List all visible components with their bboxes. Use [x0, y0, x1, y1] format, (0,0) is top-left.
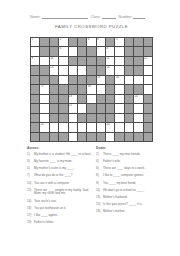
blocked-cell: [144, 133, 153, 142]
blocked-cell: [59, 95, 68, 104]
clue-number: 21: [69, 104, 72, 107]
grid-cell[interactable]: [69, 123, 78, 132]
grid-cell[interactable]: 23: [106, 123, 115, 132]
blocked-cell: [31, 66, 40, 75]
blocked-cell: [144, 47, 153, 56]
blocked-cell: [40, 133, 49, 142]
blocked-cell: [144, 123, 153, 132]
clue-item: 8)I like to ____ computer games.: [96, 174, 157, 178]
clue-item-number: 3): [27, 160, 34, 164]
blocked-cell: [50, 104, 59, 113]
blocked-cell: [134, 57, 143, 66]
grid-cell[interactable]: 1: [31, 38, 40, 47]
blocked-cell: [78, 38, 87, 47]
blocked-cell: [40, 47, 49, 56]
blocked-cell: [144, 38, 153, 47]
blocked-cell: [134, 47, 143, 56]
blocked-cell: [144, 95, 153, 104]
clue-item: 18)Mother's mother.: [96, 210, 157, 214]
grid-cell[interactable]: [97, 85, 106, 94]
blocked-cell: [40, 38, 49, 47]
clue-item-number: 12): [27, 189, 34, 197]
grid-cell[interactable]: [69, 47, 78, 56]
clue-number: 14: [107, 66, 110, 69]
grid-cell[interactable]: [144, 76, 153, 85]
blocked-cell: [87, 66, 96, 75]
grid-cell[interactable]: [134, 76, 143, 85]
grid-cell[interactable]: 21: [69, 104, 78, 113]
clue-number: 1: [32, 38, 33, 41]
across-clues-column: Across: 1)My brother is a student. He __…: [27, 146, 94, 228]
blocked-cell: [106, 95, 115, 104]
blocked-cell: [31, 114, 40, 123]
class-label: Class:: [91, 15, 101, 19]
clue-item-number: 11): [96, 189, 103, 193]
blocked-cell: [78, 57, 87, 66]
grid-cell[interactable]: [144, 66, 153, 75]
blocked-cell: [78, 76, 87, 85]
clue-item-text: There are ____ days in a week.: [103, 167, 157, 171]
blocked-cell: [115, 133, 124, 142]
clue-number: 17: [41, 85, 44, 88]
crossword-grid: 1234567891011121314151617181920212223: [30, 37, 153, 142]
clue-item-text: My brother is a student. He ____ to scho…: [34, 153, 94, 157]
clue-item-number: 19): [27, 221, 34, 225]
blocked-cell: [87, 47, 96, 56]
clue-number: 11: [107, 57, 110, 60]
blocked-cell: [50, 85, 59, 94]
worksheet-page: Name: Class: Number: FAMILY CROSSWORD PU…: [0, 0, 180, 256]
blocked-cell: [106, 104, 115, 113]
clue-item-number: 8): [96, 174, 103, 178]
blocked-cell: [31, 133, 40, 142]
grid-cell[interactable]: 7: [97, 47, 106, 56]
clue-item-text: I like to ____ computer games.: [103, 174, 157, 178]
blocked-cell: [134, 66, 143, 75]
blocked-cell: [78, 114, 87, 123]
clue-item-text: There are ____ people in my family: Dad,…: [34, 189, 94, 197]
blocked-cell: [134, 85, 143, 94]
grid-cell[interactable]: 6: [59, 47, 68, 56]
grid-cell[interactable]: [78, 66, 87, 75]
clue-number: 6: [60, 47, 61, 50]
grid-cell[interactable]: [115, 123, 124, 132]
blocked-cell: [31, 104, 40, 113]
blocked-cell: [106, 114, 115, 123]
grid-cell[interactable]: [115, 57, 124, 66]
clue-item: 9)You ____ my best friend.: [96, 182, 157, 186]
grid-cell[interactable]: [134, 104, 143, 113]
clue-number: 4: [97, 38, 98, 41]
puzzle-title: FAMILY CROSSWORD PUZZLE: [30, 24, 153, 29]
clue-item-number: 15): [96, 203, 103, 207]
grid-cell[interactable]: 12: [144, 57, 153, 66]
blocked-cell: [134, 38, 143, 47]
clue-item: 14)Your uncle's son.: [27, 200, 94, 204]
blocked-cell: [69, 38, 78, 47]
blocked-cell: [125, 104, 134, 113]
blocked-cell: [78, 133, 87, 142]
name-blank-line[interactable]: [42, 15, 88, 19]
number-blank-line[interactable]: [133, 15, 145, 19]
grid-cell[interactable]: [134, 114, 143, 123]
grid-cell[interactable]: 8: [106, 47, 115, 56]
grid-cell[interactable]: 14: [106, 66, 115, 75]
grid-cell[interactable]: [69, 133, 78, 142]
grid-cell[interactable]: 13: [50, 66, 59, 75]
clue-item-text: We don't go to school on ____.: [103, 189, 157, 193]
clue-number: 10: [50, 57, 53, 60]
clue-item-number: 7): [27, 174, 34, 178]
grid-cell[interactable]: [87, 123, 96, 132]
grid-cell[interactable]: [115, 66, 124, 75]
clue-item-number: 13): [96, 196, 103, 200]
blocked-cell: [144, 104, 153, 113]
grid-cell[interactable]: [97, 123, 106, 132]
down-clues-column: Down: 2)These ____ my new friends.4)Fath…: [96, 146, 157, 217]
blocked-cell: [50, 95, 59, 104]
clue-item-number: 9): [96, 182, 103, 186]
down-clue-list: 2)These ____ my new friends.4)Father's w…: [96, 153, 157, 214]
blocked-cell: [69, 76, 78, 85]
grid-cell[interactable]: 22: [40, 123, 49, 132]
blocked-cell: [50, 133, 59, 142]
blocked-cell: [87, 104, 96, 113]
clue-item-text: Mother's mother.: [103, 210, 157, 214]
clue-item: 7)What do you do at the ____?: [27, 174, 94, 178]
clue-number: 8: [107, 47, 108, 50]
grid-cell[interactable]: [50, 123, 59, 132]
clue-item-text: Father's wife.: [103, 160, 157, 164]
clue-item-text: You ____ my best friend.: [103, 182, 157, 186]
blocked-cell: [97, 66, 106, 75]
grid-cell[interactable]: [106, 133, 115, 142]
clues-section: Across: 1)My brother is a student. He __…: [27, 146, 157, 228]
clue-item-number: 10): [27, 182, 34, 186]
grid-cell[interactable]: 18: [87, 85, 96, 94]
number-label: Number:: [119, 15, 133, 19]
grid-cell[interactable]: [31, 47, 40, 56]
grid-cell[interactable]: [115, 47, 124, 56]
clue-item-text: These ____ my new friends.: [103, 153, 157, 157]
clue-item: 13)Mother's husband.: [96, 196, 157, 200]
blocked-cell: [125, 38, 134, 47]
header-line: Name: Class: Number:: [30, 15, 153, 19]
grid-cell[interactable]: [40, 95, 49, 104]
blocked-cell: [50, 38, 59, 47]
clue-item-number: 5): [27, 167, 34, 171]
blocked-cell: [78, 95, 87, 104]
clue-number: 9: [32, 57, 33, 60]
clue-item-number: 4): [96, 160, 103, 164]
clue-item-text: My favorite ____ is my mom.: [34, 160, 94, 164]
clue-item-text: Father's father.: [34, 221, 94, 225]
clue-item-text: My mother's sister is my ____.: [34, 167, 94, 171]
clue-item-number: 17): [27, 214, 34, 218]
blocked-cell: [31, 85, 40, 94]
blocked-cell: [125, 66, 134, 75]
grid-cell[interactable]: [69, 66, 78, 75]
blocked-cell: [106, 85, 115, 94]
grid-cell[interactable]: [40, 104, 49, 113]
grid-cell[interactable]: [59, 76, 68, 85]
clue-item-text: Your uncle's son.: [34, 200, 94, 204]
grid-cell[interactable]: 20: [134, 95, 143, 104]
clue-number: 16: [116, 76, 119, 79]
across-heading: Across:: [27, 146, 94, 150]
name-label: Name:: [30, 15, 41, 19]
grid-cell[interactable]: [134, 123, 143, 132]
clue-item-number: 14): [27, 200, 34, 204]
grid-cell[interactable]: 17: [40, 85, 49, 94]
down-heading: Down:: [96, 146, 157, 150]
blocked-cell: [125, 85, 134, 94]
blocked-cell: [144, 114, 153, 123]
clue-number: 2: [60, 38, 61, 41]
clue-item-text: Mother's husband.: [103, 196, 157, 200]
clue-item: 10)You use it with a computer.: [27, 182, 94, 186]
clue-item: 17)I like ____ apples.: [27, 214, 94, 218]
clue-item-number: 2): [96, 153, 103, 157]
clue-item: 4)Father's wife.: [96, 160, 157, 164]
clue-number: 20: [135, 95, 138, 98]
blocked-cell: [97, 57, 106, 66]
clue-item: 6)There are ____ days in a week.: [96, 167, 157, 171]
grid-cell[interactable]: 9: [31, 57, 40, 66]
clue-item: 19)Father's father.: [27, 221, 94, 225]
grid-cell[interactable]: [40, 57, 49, 66]
grid-cell[interactable]: [69, 114, 78, 123]
blocked-cell: [40, 76, 49, 85]
grid-cell[interactable]: [125, 123, 134, 132]
blocked-cell: [31, 76, 40, 85]
blocked-cell: [78, 47, 87, 56]
clue-number: 3: [88, 38, 89, 41]
grid-cell[interactable]: [115, 95, 124, 104]
clue-item: 15)Is this your pencil? ____, it is.: [96, 203, 157, 207]
clue-number: 18: [88, 85, 91, 88]
clue-item-text: I like ____ apples.: [34, 214, 94, 218]
grid-cell[interactable]: [78, 123, 87, 132]
clue-number: 12: [144, 57, 147, 60]
clue-item-number: 1): [27, 153, 34, 157]
grid-cell[interactable]: [115, 114, 124, 123]
blocked-cell: [31, 123, 40, 132]
grid-cell[interactable]: 5: [115, 38, 124, 47]
blocked-cell: [87, 133, 96, 142]
clue-number: 7: [97, 47, 98, 50]
clue-item-number: 16): [27, 207, 34, 211]
grid-cell[interactable]: [59, 66, 68, 75]
clue-item: 16)You put toothpaste on it.: [27, 207, 94, 211]
across-clue-list: 1)My brother is a student. He ____ to sc…: [27, 153, 94, 225]
clue-number: 19: [69, 95, 72, 98]
grid-cell[interactable]: 11: [106, 57, 115, 66]
blocked-cell: [40, 66, 49, 75]
blocked-cell: [31, 95, 40, 104]
grid-cell[interactable]: [115, 85, 124, 94]
blocked-cell: [97, 95, 106, 104]
blocked-cell: [125, 57, 134, 66]
clue-item: 5)My mother's sister is my ____.: [27, 167, 94, 171]
class-blank-line[interactable]: [102, 15, 116, 19]
blocked-cell: [97, 133, 106, 142]
blocked-cell: [50, 47, 59, 56]
blocked-cell: [59, 104, 68, 113]
clue-number: 22: [41, 123, 44, 126]
grid-cell[interactable]: [144, 85, 153, 94]
blocked-cell: [59, 133, 68, 142]
clue-item-number: 6): [96, 167, 103, 171]
blocked-cell: [50, 76, 59, 85]
blocked-cell: [97, 114, 106, 123]
clue-number: 13: [50, 66, 53, 69]
blocked-cell: [50, 114, 59, 123]
clue-item: 3)My favorite ____ is my mom.: [27, 160, 94, 164]
grid-cell[interactable]: [59, 123, 68, 132]
grid-cell[interactable]: 19: [69, 95, 78, 104]
grid-cell[interactable]: [125, 76, 134, 85]
blocked-cell: [69, 57, 78, 66]
clue-item: 11)We don't go to school on ____.: [96, 189, 157, 193]
blocked-cell: [59, 85, 68, 94]
grid-cell[interactable]: 10: [50, 57, 59, 66]
grid-cell[interactable]: [59, 57, 68, 66]
blocked-cell: [125, 114, 134, 123]
blocked-cell: [87, 76, 96, 85]
blocked-cell: [97, 104, 106, 113]
clue-number: 23: [107, 123, 110, 126]
blocked-cell: [87, 114, 96, 123]
clue-item-number: 18): [96, 210, 103, 214]
grid-cell[interactable]: [87, 95, 96, 104]
clue-item-text: You put toothpaste on it.: [34, 207, 94, 211]
clue-number: 5: [116, 38, 117, 41]
blocked-cell: [78, 85, 87, 94]
grid-cell[interactable]: 15: [97, 76, 106, 85]
clue-item: 2)These ____ my new friends.: [96, 153, 157, 157]
clue-item-text: What do you do at the ____?: [34, 174, 94, 178]
blocked-cell: [125, 95, 134, 104]
grid-cell[interactable]: [78, 104, 87, 113]
clue-item: 1)My brother is a student. He ____ to sc…: [27, 153, 94, 157]
blocked-cell: [69, 85, 78, 94]
grid-cell[interactable]: 16: [115, 76, 124, 85]
grid-cell[interactable]: [40, 114, 49, 123]
blocked-cell: [59, 114, 68, 123]
clue-item-text: Is this your pencil? ____, it is.: [103, 203, 157, 207]
blocked-cell: [125, 47, 134, 56]
blocked-cell: [106, 76, 115, 85]
blocked-cell: [125, 133, 134, 142]
grid-cell[interactable]: 3: [87, 38, 96, 47]
blocked-cell: [134, 133, 143, 142]
grid-cell[interactable]: [115, 104, 124, 113]
clue-number: 15: [97, 76, 100, 79]
blocked-cell: [87, 57, 96, 66]
clue-item: 12)There are ____ people in my family: D…: [27, 189, 94, 197]
clue-item-text: You use it with a computer.: [34, 182, 94, 186]
